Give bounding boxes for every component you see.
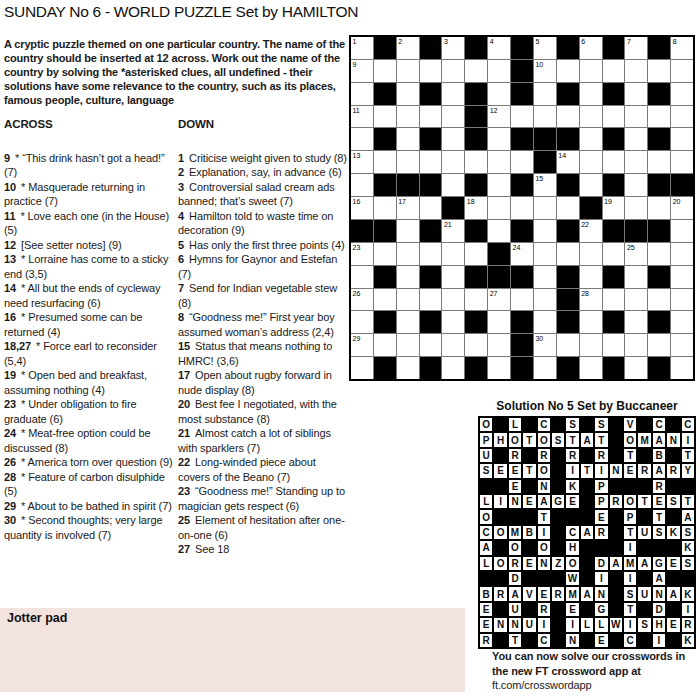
clue: 6Hymns for Gaynor and Estefan (7) (178, 252, 348, 281)
clue-number: 7 (178, 282, 184, 294)
grid-cell[interactable] (374, 106, 396, 128)
grid-cell[interactable]: 13 (351, 151, 373, 173)
grid-cell[interactable] (580, 60, 602, 82)
block-cell (648, 174, 670, 196)
solution-grid: OLCSSVCCPHOTOSTATOMANIURRRRTBTSEETOITINE… (478, 416, 696, 649)
grid-cell[interactable] (465, 289, 487, 311)
grid-cell[interactable] (625, 334, 647, 356)
crossword-page: SUNDAY No 6 - WORLD PUZZLE Set by HAMILT… (0, 0, 700, 700)
grid-cell[interactable] (648, 60, 670, 82)
grid-cell: Z (552, 557, 564, 570)
grid-cell: B (480, 587, 492, 600)
block-cell (557, 174, 579, 196)
solution-letter: O (626, 435, 634, 446)
grid-cell: R (638, 464, 650, 477)
grid-cell[interactable] (557, 106, 579, 128)
grid-cell[interactable] (603, 334, 625, 356)
grid-cell[interactable] (671, 151, 693, 173)
grid-cell[interactable] (442, 174, 464, 196)
grid-cell[interactable] (420, 151, 442, 173)
grid-cell[interactable] (442, 106, 464, 128)
grid-cell: E (566, 495, 578, 508)
grid-cell: B (523, 526, 535, 539)
grid-cell[interactable] (648, 243, 670, 265)
clue: 26* America torn over question (9) (4, 455, 174, 470)
grid-cell[interactable] (488, 197, 510, 219)
clue: 10* Masquerade returning in practice (7) (4, 180, 174, 209)
grid-cell[interactable] (465, 60, 487, 82)
solution-letter: E (569, 496, 576, 507)
grid-cell[interactable] (488, 357, 510, 379)
grid-cell[interactable] (534, 289, 556, 311)
solution-letter: N (540, 558, 547, 569)
grid-cell[interactable] (671, 106, 693, 128)
grid-cell: S (624, 587, 636, 600)
grid-cell[interactable] (534, 266, 556, 288)
grid-cell[interactable] (625, 151, 647, 173)
grid-cell[interactable] (397, 106, 419, 128)
grid-cell[interactable] (374, 151, 396, 173)
grid-cell[interactable] (557, 334, 579, 356)
grid-cell[interactable]: 24 (511, 243, 533, 265)
grid-cell[interactable] (511, 106, 533, 128)
grid-cell[interactable] (397, 289, 419, 311)
block-cell (638, 603, 650, 616)
grid-cell[interactable] (625, 357, 647, 379)
solution-letter: N (497, 619, 504, 630)
block-cell (523, 541, 535, 554)
grid-cell[interactable] (465, 151, 487, 173)
grid-cell: S (638, 618, 650, 631)
grid-cell[interactable] (625, 60, 647, 82)
grid-cell[interactable] (442, 60, 464, 82)
solution-letter: P (627, 512, 634, 523)
grid-cell: T (509, 634, 521, 647)
cell-number: 5 (535, 37, 539, 46)
clue-number: 29 (4, 500, 16, 512)
grid-cell[interactable] (397, 128, 419, 150)
grid-cell: E (480, 603, 492, 616)
grid-cell[interactable] (397, 357, 419, 379)
block-cell (603, 83, 625, 105)
grid-cell[interactable] (511, 197, 533, 219)
solution-letter: I (629, 573, 632, 584)
solution-letter: A (583, 527, 590, 538)
grid-cell[interactable] (671, 128, 693, 150)
grid-cell[interactable]: 4 (488, 37, 510, 59)
grid-cell: H (494, 433, 506, 446)
grid-cell[interactable] (351, 311, 373, 333)
solution-letter: O (626, 496, 634, 507)
grid-cell[interactable]: 8 (671, 37, 693, 59)
grid-cell[interactable] (671, 357, 693, 379)
solution-letter: R (511, 558, 518, 569)
grid-cell[interactable] (648, 106, 670, 128)
grid-cell[interactable]: 23 (351, 243, 373, 265)
cell-number: 29 (353, 334, 361, 343)
block-cell (581, 449, 593, 462)
grid-cell[interactable]: 2 (397, 37, 419, 59)
grid-cell[interactable] (488, 174, 510, 196)
cell-number: 7 (627, 37, 631, 46)
grid-cell[interactable] (351, 266, 373, 288)
grid-cell[interactable]: 25 (625, 243, 647, 265)
grid-cell[interactable] (671, 220, 693, 242)
clue-text: Long-winded piece about covers of the Be… (178, 456, 316, 483)
grid-cell: K (682, 587, 694, 600)
grid-cell[interactable]: 7 (625, 37, 647, 59)
grid-cell[interactable] (442, 151, 464, 173)
block-cell (480, 480, 492, 493)
down-heading: DOWN (178, 117, 348, 132)
grid-cell[interactable] (397, 83, 419, 105)
grid-cell[interactable]: 6 (580, 37, 602, 59)
grid-cell[interactable]: 18 (465, 197, 487, 219)
grid-cell[interactable] (534, 243, 556, 265)
grid-cell[interactable] (580, 357, 602, 379)
grid-cell[interactable] (534, 197, 556, 219)
grid-cell[interactable] (625, 106, 647, 128)
grid-cell[interactable] (580, 151, 602, 173)
grid-cell[interactable] (465, 334, 487, 356)
clue-text: Hymns for Gaynor and Estefan (7) (178, 253, 337, 280)
grid-cell[interactable] (557, 60, 579, 82)
grid-cell: G (552, 495, 564, 508)
grid-cell: A (480, 541, 492, 554)
grid-cell: M (638, 433, 650, 446)
grid-cell: D (653, 603, 665, 616)
grid-cell[interactable]: 28 (580, 289, 602, 311)
block-cell (374, 220, 396, 242)
grid-cell[interactable] (557, 243, 579, 265)
grid-cell: C (538, 418, 550, 431)
grid-cell[interactable]: 29 (351, 334, 373, 356)
grid-cell[interactable]: 3 (442, 37, 464, 59)
grid-cell[interactable]: 21 (442, 220, 464, 242)
grid-cell[interactable]: 26 (351, 289, 373, 311)
cell-number: 17 (398, 197, 406, 206)
grid-cell[interactable] (534, 357, 556, 379)
grid-cell: H (653, 618, 665, 631)
block-cell (420, 37, 442, 59)
block-cell (581, 634, 593, 647)
grid-cell[interactable] (511, 151, 533, 173)
solution-letter: T (598, 435, 604, 446)
block-cell (465, 106, 487, 128)
grid-cell[interactable] (534, 83, 556, 105)
grid-cell[interactable] (671, 334, 693, 356)
block-cell (648, 357, 670, 379)
solution-letter: A (540, 496, 547, 507)
solution-letter: E (598, 635, 605, 646)
solution-letter: O (482, 512, 490, 523)
grid-cell: A (538, 495, 550, 508)
block-cell (442, 197, 464, 219)
clue: 5Has only the first three points (4) (178, 238, 348, 253)
grid-cell: S (682, 526, 694, 539)
grid-cell[interactable] (671, 266, 693, 288)
solution-letter: S (483, 465, 490, 476)
grid-cell: K (682, 634, 694, 647)
across-clue-list: ACROSS 9* “This drink hasn’t got a head!… (4, 117, 174, 542)
block-cell (534, 151, 556, 173)
grid-cell: P (595, 480, 607, 493)
grid-cell[interactable] (603, 289, 625, 311)
grid-cell[interactable] (442, 334, 464, 356)
grid-cell[interactable] (534, 311, 556, 333)
clue-text: * “This drink hasn’t got a head!” (7) (4, 152, 165, 179)
grid-cell[interactable]: 12 (488, 106, 510, 128)
grid-cell[interactable] (488, 334, 510, 356)
block-cell (667, 541, 679, 554)
grid-cell[interactable]: 17 (397, 197, 419, 219)
grid-cell: T (523, 464, 535, 477)
clue: 29* About to be bathed in spirit (7) (4, 499, 174, 514)
grid-cell[interactable] (374, 289, 396, 311)
grid-cell: L (480, 557, 492, 570)
grid-cell[interactable] (625, 174, 647, 196)
grid-cell[interactable] (648, 197, 670, 219)
grid-cell[interactable] (625, 83, 647, 105)
grid-cell[interactable] (488, 151, 510, 173)
solution-letter: N (670, 435, 677, 446)
grid-cell: T (566, 433, 578, 446)
block-cell (610, 433, 622, 446)
grid-cell[interactable] (488, 60, 510, 82)
grid-cell[interactable] (580, 266, 602, 288)
grid-cell[interactable] (351, 128, 373, 150)
grid-cell[interactable] (488, 128, 510, 150)
grid-cell: C (480, 526, 492, 539)
block-cell (488, 266, 510, 288)
grid-cell[interactable] (351, 83, 373, 105)
grid-cell: W (610, 618, 622, 631)
solution-letter: G (655, 558, 663, 569)
grid-cell[interactable] (374, 197, 396, 219)
grid-cell[interactable]: 1 (351, 37, 373, 59)
grid-cell[interactable]: 5 (534, 37, 556, 59)
block-cell (557, 357, 579, 379)
grid-cell: T (595, 433, 607, 446)
grid-cell[interactable] (603, 106, 625, 128)
block-cell (465, 174, 487, 196)
grid-cell[interactable] (374, 243, 396, 265)
grid-cell: U (638, 587, 650, 600)
grid-cell[interactable] (488, 311, 510, 333)
grid-cell[interactable] (442, 311, 464, 333)
grid-cell[interactable] (511, 289, 533, 311)
grid-cell[interactable] (671, 243, 693, 265)
block-cell (581, 541, 593, 554)
grid-cell[interactable] (671, 311, 693, 333)
grid-cell[interactable] (420, 60, 442, 82)
grid-cell[interactable] (534, 220, 556, 242)
grid-cell[interactable]: 20 (671, 197, 693, 219)
grid-cell[interactable] (603, 151, 625, 173)
grid-cell[interactable] (671, 289, 693, 311)
block-cell (511, 37, 533, 59)
grid-cell[interactable] (671, 60, 693, 82)
grid-cell[interactable] (351, 357, 373, 379)
grid-cell[interactable] (420, 243, 442, 265)
grid-cell[interactable] (648, 151, 670, 173)
grid-cell[interactable] (397, 151, 419, 173)
grid-cell[interactable] (442, 357, 464, 379)
cell-number: 30 (535, 334, 543, 343)
grid-cell[interactable] (397, 311, 419, 333)
block-cell (667, 510, 679, 523)
grid-cell[interactable]: 10 (534, 60, 556, 82)
grid-cell[interactable] (351, 174, 373, 196)
grid-cell[interactable]: 22 (580, 220, 602, 242)
grid-cell[interactable]: 19 (603, 197, 625, 219)
grid-cell[interactable]: 15 (534, 174, 556, 196)
solution-letter: O (497, 558, 505, 569)
grid-cell[interactable] (420, 289, 442, 311)
solution-letter: O (540, 465, 548, 476)
grid-cell[interactable] (625, 311, 647, 333)
grid-cell[interactable] (580, 311, 602, 333)
block-cell (538, 572, 550, 585)
grid-cell[interactable] (603, 243, 625, 265)
block-cell (552, 541, 564, 554)
block-cell (511, 220, 533, 242)
grid-cell[interactable]: 16 (351, 197, 373, 219)
solution-letter: S (656, 527, 663, 538)
grid-cell: C (624, 634, 636, 647)
grid-cell[interactable] (625, 266, 647, 288)
grid-cell[interactable] (420, 334, 442, 356)
grid-cell[interactable]: 11 (351, 106, 373, 128)
block-cell (509, 510, 521, 523)
grid-cell[interactable] (374, 334, 396, 356)
grid-cell: B (653, 449, 665, 462)
grid-cell: D (509, 572, 521, 585)
grid-cell[interactable] (420, 106, 442, 128)
grid-cell[interactable] (580, 243, 602, 265)
block-cell (667, 603, 679, 616)
solution-letter: H (655, 619, 662, 630)
solution-letter: N (612, 465, 619, 476)
grid-cell[interactable] (465, 243, 487, 265)
block-cell (494, 418, 506, 431)
grid-cell[interactable] (671, 83, 693, 105)
grid-cell: O (494, 557, 506, 570)
solution-letter: L (598, 619, 604, 630)
grid-cell: I (538, 526, 550, 539)
grid-cell[interactable] (442, 83, 464, 105)
grid-cell[interactable] (625, 128, 647, 150)
grid-cell[interactable] (397, 266, 419, 288)
grid-cell[interactable] (580, 83, 602, 105)
grid-cell[interactable] (442, 243, 464, 265)
grid-cell: O (624, 495, 636, 508)
grid-cell[interactable] (442, 128, 464, 150)
grid-cell[interactable] (397, 60, 419, 82)
grid-cell[interactable] (442, 266, 464, 288)
grid-cell[interactable] (488, 83, 510, 105)
grid-cell: E (480, 618, 492, 631)
cell-number: 14 (558, 151, 566, 160)
grid-cell: R (653, 480, 665, 493)
grid-cell[interactable] (397, 220, 419, 242)
solution-letter: E (512, 481, 519, 492)
clue: 28* Feature of carbon disulphide (5) (4, 470, 174, 499)
grid-cell[interactable] (625, 289, 647, 311)
grid-cell[interactable] (625, 197, 647, 219)
grid-cell[interactable] (397, 243, 419, 265)
block-cell (610, 449, 622, 462)
clue-text: Best fee I negotiated, with the most sub… (178, 398, 337, 425)
grid-cell[interactable] (374, 60, 396, 82)
grid-cell: U (638, 526, 650, 539)
solution-letter: G (598, 604, 606, 615)
clue-number: 16 (4, 311, 16, 323)
grid-cell[interactable] (603, 60, 625, 82)
grid-cell: O (624, 433, 636, 446)
grid-cell[interactable]: 27 (488, 289, 510, 311)
grid-cell[interactable]: 30 (534, 334, 556, 356)
clue-number: 8 (178, 311, 184, 323)
grid-cell[interactable]: 9 (351, 60, 373, 82)
grid-cell[interactable] (648, 289, 670, 311)
clue-text: * Presumed some can be returned (4) (4, 311, 142, 338)
block-cell (648, 266, 670, 288)
solution-letter: C (569, 527, 576, 538)
grid-cell: O (480, 510, 492, 523)
block-cell (603, 311, 625, 333)
grid-cell[interactable] (488, 220, 510, 242)
clue-number: 15 (178, 340, 190, 352)
grid-cell[interactable] (580, 174, 602, 196)
clue: 23* Under obligation to fire graduate (6… (4, 397, 174, 426)
cell-number: 9 (353, 60, 357, 69)
solution-letter: E (497, 465, 504, 476)
grid-cell: T (523, 433, 535, 446)
grid-cell[interactable] (420, 197, 442, 219)
grid-cell[interactable] (442, 289, 464, 311)
block-cell (523, 449, 535, 462)
grid-cell[interactable] (580, 128, 602, 150)
solution-letter: R (670, 465, 677, 476)
grid-cell: D (595, 557, 607, 570)
cell-number: 20 (673, 197, 681, 206)
grid-cell[interactable] (557, 197, 579, 219)
block-cell (557, 128, 579, 150)
cell-number: 3 (444, 37, 448, 46)
grid-cell[interactable] (534, 106, 556, 128)
block-cell (494, 541, 506, 554)
grid-cell[interactable]: 14 (557, 151, 579, 173)
clue: 14* All but the ends of cycleway need re… (4, 281, 174, 310)
crossword-app-link[interactable]: ft.com/crosswordapp (492, 679, 592, 691)
clue: 25Element of hesitation after one-on-one… (178, 513, 348, 542)
grid-cell: A (509, 587, 521, 600)
clue-number: 24 (4, 427, 16, 439)
clue-number: 13 (4, 253, 16, 265)
grid-cell[interactable] (397, 334, 419, 356)
block-cell (552, 526, 564, 539)
grid-cell: I (682, 433, 694, 446)
grid-cell[interactable] (580, 334, 602, 356)
block-cell (581, 510, 593, 523)
block-cell (465, 220, 487, 242)
grid-cell: C (653, 418, 665, 431)
solution-letter: H (497, 435, 504, 446)
grid-cell[interactable] (580, 106, 602, 128)
block-cell (552, 634, 564, 647)
grid-cell[interactable] (648, 334, 670, 356)
